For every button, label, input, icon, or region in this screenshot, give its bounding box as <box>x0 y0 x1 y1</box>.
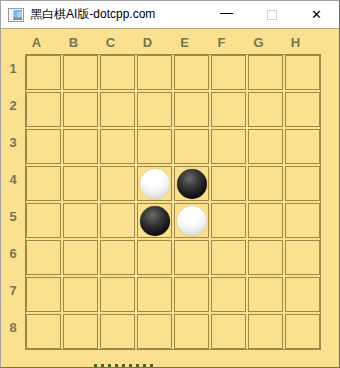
cell-F8[interactable] <box>211 314 246 349</box>
cell-D5[interactable] <box>137 203 172 238</box>
cell-B2[interactable] <box>63 92 98 127</box>
cell-E8[interactable] <box>174 314 209 349</box>
cell-H1[interactable] <box>285 55 320 90</box>
cell-H5[interactable] <box>285 203 320 238</box>
white-disc-D4 <box>140 169 170 199</box>
row-label-2: 2 <box>9 98 16 113</box>
cell-D4[interactable] <box>137 166 172 201</box>
column-label-D: D <box>130 35 165 50</box>
cell-E5[interactable] <box>174 203 209 238</box>
cell-H8[interactable] <box>285 314 320 349</box>
cell-C1[interactable] <box>100 55 135 90</box>
cell-G1[interactable] <box>248 55 283 90</box>
column-label-F: F <box>204 35 239 50</box>
column-label-B: B <box>56 35 91 50</box>
cell-C3[interactable] <box>100 129 135 164</box>
cell-D1[interactable] <box>137 55 172 90</box>
cell-G3[interactable] <box>248 129 283 164</box>
close-button[interactable]: ✕ <box>294 1 339 28</box>
minimize-button[interactable]: — <box>204 1 249 28</box>
app-window: 黑白棋AI版-dotcpp.com — ✕ ABCDEFGH 12345678 <box>0 0 340 368</box>
cell-C2[interactable] <box>100 92 135 127</box>
cell-D8[interactable] <box>137 314 172 349</box>
maximize-button[interactable] <box>249 1 294 28</box>
cell-H7[interactable] <box>285 277 320 312</box>
cell-C5[interactable] <box>100 203 135 238</box>
row-label-4: 4 <box>9 172 16 187</box>
cell-D2[interactable] <box>137 92 172 127</box>
cell-D6[interactable] <box>137 240 172 275</box>
cell-G5[interactable] <box>248 203 283 238</box>
white-disc-E5 <box>177 206 207 236</box>
cell-G8[interactable] <box>248 314 283 349</box>
cell-F4[interactable] <box>211 166 246 201</box>
cell-F3[interactable] <box>211 129 246 164</box>
black-disc-E4 <box>177 169 207 199</box>
column-label-G: G <box>241 35 276 50</box>
cell-B8[interactable] <box>63 314 98 349</box>
cell-C4[interactable] <box>100 166 135 201</box>
column-label-A: A <box>19 35 54 50</box>
column-label-E: E <box>167 35 202 50</box>
cell-G4[interactable] <box>248 166 283 201</box>
cell-B3[interactable] <box>63 129 98 164</box>
row-labels: 12345678 <box>1 51 25 345</box>
cell-F7[interactable] <box>211 277 246 312</box>
row-label-7: 7 <box>9 283 16 298</box>
cell-A8[interactable] <box>26 314 61 349</box>
column-labels: ABCDEFGH <box>19 31 313 53</box>
cell-E6[interactable] <box>174 240 209 275</box>
row-label-6: 6 <box>9 246 16 261</box>
cell-E1[interactable] <box>174 55 209 90</box>
cell-B7[interactable] <box>63 277 98 312</box>
cell-F5[interactable] <box>211 203 246 238</box>
maximize-icon <box>267 10 277 20</box>
cell-F1[interactable] <box>211 55 246 90</box>
app-icon <box>8 8 24 22</box>
cell-D7[interactable] <box>137 277 172 312</box>
title-bar[interactable]: 黑白棋AI版-dotcpp.com — ✕ <box>1 1 339 29</box>
row-label-8: 8 <box>9 320 16 335</box>
cell-E7[interactable] <box>174 277 209 312</box>
cell-H6[interactable] <box>285 240 320 275</box>
cell-A7[interactable] <box>26 277 61 312</box>
cell-A3[interactable] <box>26 129 61 164</box>
black-disc-D5 <box>140 206 170 236</box>
cell-H4[interactable] <box>285 166 320 201</box>
cell-C7[interactable] <box>100 277 135 312</box>
cell-B4[interactable] <box>63 166 98 201</box>
cell-E2[interactable] <box>174 92 209 127</box>
row-label-5: 5 <box>9 209 16 224</box>
cell-G6[interactable] <box>248 240 283 275</box>
cell-A6[interactable] <box>26 240 61 275</box>
cell-F6[interactable] <box>211 240 246 275</box>
cell-A2[interactable] <box>26 92 61 127</box>
cell-B5[interactable] <box>63 203 98 238</box>
row-label-3: 3 <box>9 135 16 150</box>
column-label-C: C <box>93 35 128 50</box>
cell-A5[interactable] <box>26 203 61 238</box>
cell-H2[interactable] <box>285 92 320 127</box>
cell-D3[interactable] <box>137 129 172 164</box>
cell-C6[interactable] <box>100 240 135 275</box>
cell-A1[interactable] <box>26 55 61 90</box>
cell-F2[interactable] <box>211 92 246 127</box>
cell-E3[interactable] <box>174 129 209 164</box>
cell-C8[interactable] <box>100 314 135 349</box>
cell-E4[interactable] <box>174 166 209 201</box>
board-area: ABCDEFGH 12345678 <box>1 29 339 367</box>
cell-A4[interactable] <box>26 166 61 201</box>
column-label-H: H <box>278 35 313 50</box>
cell-H3[interactable] <box>285 129 320 164</box>
window-controls: — ✕ <box>204 1 339 28</box>
cell-B6[interactable] <box>63 240 98 275</box>
board-grid <box>25 54 321 350</box>
cell-G2[interactable] <box>248 92 283 127</box>
clipped-text-artifact <box>94 364 156 367</box>
row-label-1: 1 <box>9 61 16 76</box>
window-title: 黑白棋AI版-dotcpp.com <box>30 1 155 28</box>
cell-B1[interactable] <box>63 55 98 90</box>
cell-G7[interactable] <box>248 277 283 312</box>
